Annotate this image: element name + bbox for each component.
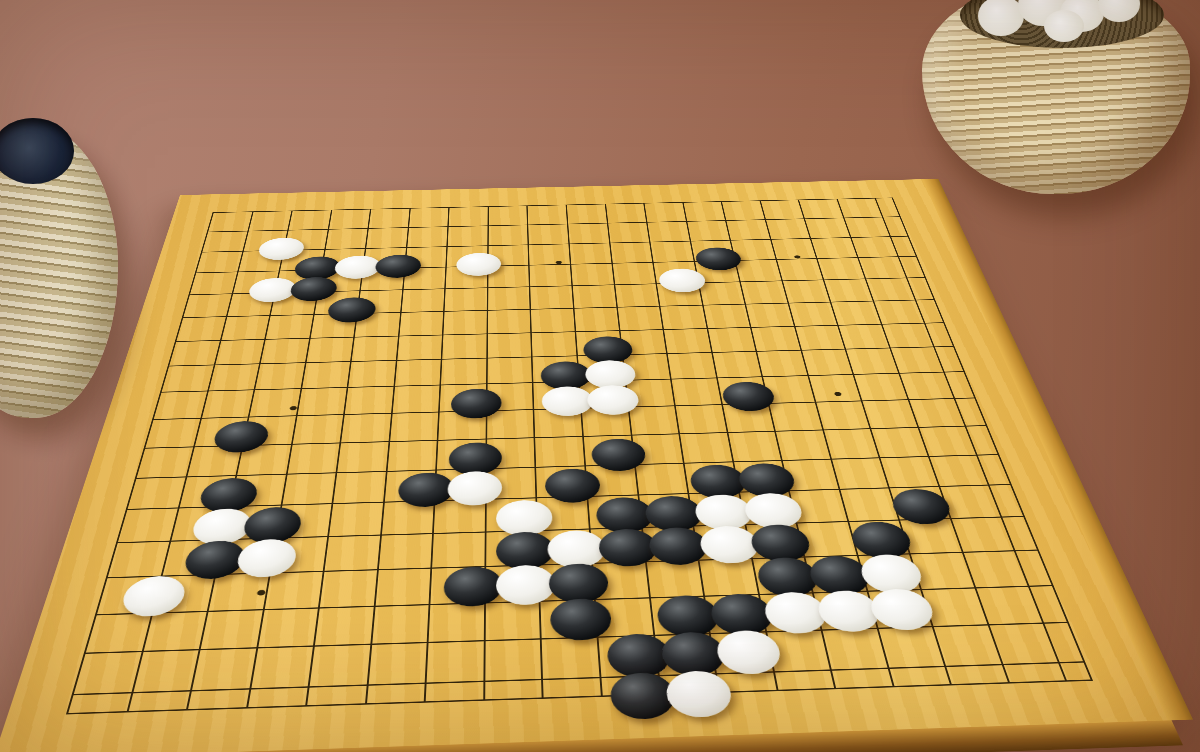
intersection-13-2[interactable] bbox=[651, 211, 693, 231]
intersection-4-15[interactable] bbox=[238, 540, 296, 575]
intersection-8-4[interactable] bbox=[458, 254, 499, 275]
intersection-2-17[interactable] bbox=[112, 613, 177, 652]
intersection-2-7[interactable] bbox=[195, 324, 244, 348]
intersection-5-3[interactable] bbox=[339, 237, 381, 258]
intersection-16-4[interactable] bbox=[775, 247, 821, 268]
intersection-12-14[interactable] bbox=[647, 497, 701, 530]
intersection-16-7[interactable] bbox=[792, 309, 841, 333]
white-stone[interactable] bbox=[447, 471, 503, 506]
intersection-5-5[interactable] bbox=[333, 277, 377, 299]
intersection-10-7[interactable] bbox=[541, 315, 585, 339]
intersection-14-7[interactable] bbox=[709, 311, 756, 335]
intersection-3-16[interactable] bbox=[177, 576, 238, 613]
intersection-8-10[interactable] bbox=[453, 390, 499, 418]
intersection-11-3[interactable] bbox=[576, 232, 617, 252]
intersection-4-3[interactable] bbox=[299, 238, 342, 259]
intersection-4-14[interactable] bbox=[244, 508, 300, 542]
intersection-8-8[interactable] bbox=[455, 341, 499, 366]
white-stone[interactable] bbox=[256, 237, 305, 260]
intersection-8-2[interactable] bbox=[460, 215, 499, 235]
intersection-12-18[interactable] bbox=[664, 633, 725, 674]
intersection-6-2[interactable] bbox=[381, 217, 422, 237]
intersection-11-19[interactable] bbox=[612, 674, 673, 717]
intersection-2-16[interactable] bbox=[122, 577, 185, 614]
intersection-12-15[interactable] bbox=[651, 529, 707, 564]
intersection-15-14[interactable] bbox=[794, 493, 851, 526]
intersection-19-5[interactable] bbox=[900, 264, 949, 286]
intersection-15-15[interactable] bbox=[802, 524, 861, 558]
intersection-11-14[interactable] bbox=[598, 499, 651, 532]
intersection-14-15[interactable] bbox=[752, 526, 810, 561]
intersection-14-16[interactable] bbox=[758, 559, 818, 595]
intersection-4-5[interactable] bbox=[291, 278, 336, 300]
go-board[interactable] bbox=[0, 179, 1168, 752]
intersection-13-13[interactable] bbox=[692, 466, 746, 497]
intersection-11-1[interactable] bbox=[573, 195, 613, 214]
intersection-5-4[interactable] bbox=[336, 257, 379, 278]
intersection-5-11[interactable] bbox=[310, 420, 361, 449]
intersection-9-19[interactable] bbox=[500, 678, 558, 721]
white-stone[interactable] bbox=[658, 268, 708, 293]
intersection-10-4[interactable] bbox=[538, 252, 579, 273]
intersection-4-7[interactable] bbox=[282, 322, 329, 346]
intersection-10-19[interactable] bbox=[556, 676, 616, 719]
intersection-13-15[interactable] bbox=[701, 527, 758, 562]
intersection-1-8[interactable] bbox=[144, 348, 195, 374]
intersection-9-9[interactable] bbox=[499, 364, 544, 390]
intersection-16-10[interactable] bbox=[812, 381, 865, 408]
intersection-7-14[interactable] bbox=[398, 504, 450, 537]
intersection-12-2[interactable] bbox=[613, 212, 654, 232]
intersection-4-6[interactable] bbox=[287, 299, 333, 322]
intersection-13-19[interactable] bbox=[724, 670, 788, 713]
intersection-10-8[interactable] bbox=[542, 338, 587, 363]
intersection-9-18[interactable] bbox=[500, 639, 556, 680]
intersection-17-2[interactable] bbox=[802, 208, 846, 227]
intersection-15-12[interactable] bbox=[780, 435, 834, 465]
intersection-11-13[interactable] bbox=[596, 468, 648, 499]
intersection-16-8[interactable] bbox=[799, 332, 849, 357]
intersection-2-8[interactable] bbox=[188, 347, 238, 372]
intersection-11-2[interactable] bbox=[575, 213, 615, 233]
intersection-14-12[interactable] bbox=[734, 436, 787, 466]
intersection-10-3[interactable] bbox=[538, 232, 578, 252]
intersection-1-6[interactable] bbox=[158, 302, 207, 325]
intersection-9-11[interactable] bbox=[499, 415, 546, 444]
intersection-3-19[interactable] bbox=[149, 689, 216, 733]
intersection-12-12[interactable] bbox=[640, 439, 691, 469]
intersection-15-7[interactable] bbox=[751, 310, 799, 334]
intersection-4-10[interactable] bbox=[267, 394, 318, 422]
intersection-13-10[interactable] bbox=[679, 384, 729, 411]
intersection-12-6[interactable] bbox=[623, 292, 668, 315]
intersection-4-4[interactable] bbox=[295, 257, 339, 278]
intersection-3-18[interactable] bbox=[159, 649, 224, 691]
intersection-3-2[interactable] bbox=[264, 220, 307, 240]
intersection-14-11[interactable] bbox=[728, 409, 780, 437]
intersection-11-10[interactable] bbox=[589, 386, 637, 413]
intersection-1-11[interactable] bbox=[119, 425, 175, 454]
intersection-10-14[interactable] bbox=[549, 500, 601, 533]
board-grid[interactable] bbox=[31, 188, 1130, 736]
intersection-7-5[interactable] bbox=[416, 275, 458, 297]
intersection-8-7[interactable] bbox=[456, 318, 499, 342]
intersection-15-16[interactable] bbox=[810, 557, 871, 593]
intersection-9-3[interactable] bbox=[499, 233, 539, 253]
intersection-12-17[interactable] bbox=[659, 597, 718, 635]
white-stone[interactable] bbox=[586, 385, 640, 416]
intersection-7-19[interactable] bbox=[383, 681, 443, 725]
white-stone[interactable] bbox=[541, 386, 594, 417]
intersection-8-15[interactable] bbox=[447, 535, 499, 570]
intersection-1-4[interactable] bbox=[172, 260, 219, 282]
intersection-3-10[interactable] bbox=[221, 396, 273, 424]
intersection-6-14[interactable] bbox=[347, 506, 400, 539]
intersection-15-5[interactable] bbox=[741, 268, 787, 290]
intersection-12-3[interactable] bbox=[615, 231, 657, 251]
intersection-11-4[interactable] bbox=[578, 251, 620, 272]
intersection-6-6[interactable] bbox=[372, 297, 416, 320]
intersection-12-4[interactable] bbox=[618, 250, 661, 271]
intersection-15-10[interactable] bbox=[768, 382, 820, 409]
intersection-19-10[interactable] bbox=[945, 377, 1000, 404]
intersection-7-4[interactable] bbox=[418, 255, 459, 276]
intersection-14-14[interactable] bbox=[745, 494, 801, 527]
intersection-5-8[interactable] bbox=[322, 344, 369, 369]
intersection-2-5[interactable] bbox=[207, 280, 254, 302]
intersection-5-17[interactable] bbox=[279, 608, 339, 647]
intersection-3-5[interactable] bbox=[249, 279, 295, 301]
intersection-19-6[interactable] bbox=[909, 285, 959, 308]
intersection-6-13[interactable] bbox=[350, 475, 402, 507]
black-stone[interactable] bbox=[327, 297, 377, 323]
intersection-15-1[interactable] bbox=[722, 192, 764, 211]
intersection-5-18[interactable] bbox=[273, 645, 334, 686]
intersection-5-16[interactable] bbox=[285, 573, 343, 610]
intersection-8-18[interactable] bbox=[443, 640, 499, 681]
intersection-2-1[interactable] bbox=[229, 202, 272, 221]
black-stone[interactable] bbox=[288, 277, 338, 302]
intersection-12-19[interactable] bbox=[668, 672, 730, 715]
intersection-11-9[interactable] bbox=[587, 361, 634, 387]
intersection-8-11[interactable] bbox=[452, 416, 499, 445]
intersection-3-13[interactable] bbox=[200, 479, 256, 511]
intersection-11-16[interactable] bbox=[603, 563, 659, 600]
intersection-5-9[interactable] bbox=[318, 368, 366, 394]
intersection-16-2[interactable] bbox=[765, 209, 809, 228]
intersection-11-12[interactable] bbox=[593, 440, 643, 470]
intersection-10-17[interactable] bbox=[553, 600, 609, 639]
intersection-5-2[interactable] bbox=[342, 218, 383, 238]
intersection-10-1[interactable] bbox=[536, 196, 575, 215]
intersection-9-17[interactable] bbox=[499, 602, 554, 641]
intersection-15-2[interactable] bbox=[727, 210, 770, 229]
intersection-2-10[interactable] bbox=[174, 397, 227, 425]
intersection-3-7[interactable] bbox=[239, 323, 287, 347]
intersection-7-9[interactable] bbox=[409, 366, 455, 392]
intersection-9-16[interactable] bbox=[499, 566, 552, 603]
intersection-12-5[interactable] bbox=[620, 270, 664, 292]
intersection-13-6[interactable] bbox=[664, 291, 709, 314]
intersection-10-2[interactable] bbox=[537, 214, 577, 234]
intersection-1-10[interactable] bbox=[127, 398, 181, 426]
intersection-9-12[interactable] bbox=[499, 442, 547, 472]
intersection-11-17[interactable] bbox=[606, 598, 664, 637]
intersection-10-16[interactable] bbox=[551, 565, 606, 602]
intersection-1-12[interactable] bbox=[109, 453, 166, 484]
intersection-12-13[interactable] bbox=[644, 467, 697, 498]
intersection-13-4[interactable] bbox=[657, 249, 700, 270]
intersection-2-9[interactable] bbox=[181, 371, 233, 398]
intersection-8-16[interactable] bbox=[446, 568, 499, 605]
intersection-12-11[interactable] bbox=[637, 411, 687, 440]
intersection-2-4[interactable] bbox=[213, 259, 259, 281]
intersection-6-7[interactable] bbox=[369, 320, 414, 344]
intersection-13-14[interactable] bbox=[696, 496, 751, 529]
intersection-2-12[interactable] bbox=[158, 451, 214, 482]
intersection-6-16[interactable] bbox=[339, 571, 395, 608]
intersection-16-9[interactable] bbox=[805, 356, 856, 382]
intersection-1-5[interactable] bbox=[165, 281, 213, 303]
intersection-1-1[interactable] bbox=[191, 203, 235, 222]
intersection-14-17[interactable] bbox=[765, 593, 826, 631]
intersection-14-5[interactable] bbox=[700, 269, 745, 291]
intersection-4-9[interactable] bbox=[273, 369, 322, 396]
intersection-6-4[interactable] bbox=[377, 256, 419, 277]
intersection-11-6[interactable] bbox=[581, 292, 625, 315]
intersection-14-13[interactable] bbox=[739, 465, 794, 496]
intersection-7-17[interactable] bbox=[390, 605, 446, 644]
intersection-12-9[interactable] bbox=[631, 360, 679, 386]
intersection-10-12[interactable] bbox=[546, 441, 595, 471]
intersection-8-5[interactable] bbox=[457, 274, 498, 296]
intersection-3-4[interactable] bbox=[254, 258, 299, 280]
intersection-3-1[interactable] bbox=[268, 201, 310, 220]
intersection-19-7[interactable] bbox=[917, 306, 968, 330]
intersection-2-11[interactable] bbox=[166, 423, 220, 452]
intersection-19-11[interactable] bbox=[955, 403, 1012, 431]
intersection-19-2[interactable] bbox=[878, 206, 924, 225]
intersection-16-3[interactable] bbox=[770, 227, 815, 247]
intersection-8-13[interactable] bbox=[450, 472, 500, 504]
intersection-2-2[interactable] bbox=[224, 220, 268, 240]
intersection-19-12[interactable] bbox=[966, 430, 1024, 459]
intersection-5-1[interactable] bbox=[345, 200, 386, 219]
white-stone[interactable] bbox=[496, 564, 556, 605]
intersection-6-18[interactable] bbox=[330, 644, 390, 685]
intersection-4-19[interactable] bbox=[208, 687, 273, 731]
intersection-2-3[interactable] bbox=[219, 239, 264, 260]
intersection-2-6[interactable] bbox=[201, 301, 249, 324]
intersection-15-4[interactable] bbox=[736, 248, 781, 269]
intersection-19-3[interactable] bbox=[885, 225, 932, 245]
intersection-4-11[interactable] bbox=[262, 421, 314, 450]
intersection-8-6[interactable] bbox=[457, 295, 499, 318]
intersection-13-8[interactable] bbox=[671, 335, 718, 360]
intersection-2-14[interactable] bbox=[141, 511, 200, 545]
black-stone[interactable] bbox=[443, 566, 503, 607]
intersection-6-9[interactable] bbox=[363, 367, 410, 393]
intersection-4-16[interactable] bbox=[231, 574, 291, 611]
white-stone[interactable] bbox=[456, 253, 501, 277]
intersection-8-14[interactable] bbox=[449, 503, 500, 536]
intersection-4-12[interactable] bbox=[256, 449, 309, 479]
intersection-4-13[interactable] bbox=[250, 478, 305, 510]
intersection-11-15[interactable] bbox=[601, 530, 655, 565]
intersection-3-17[interactable] bbox=[168, 611, 231, 650]
intersection-3-6[interactable] bbox=[244, 300, 291, 323]
intersection-8-9[interactable] bbox=[454, 365, 499, 391]
intersection-9-14[interactable] bbox=[499, 501, 550, 534]
intersection-12-8[interactable] bbox=[628, 336, 675, 361]
intersection-3-11[interactable] bbox=[214, 422, 267, 451]
intersection-12-7[interactable] bbox=[625, 313, 671, 337]
intersection-11-11[interactable] bbox=[591, 412, 640, 441]
intersection-7-8[interactable] bbox=[411, 342, 456, 367]
intersection-8-19[interactable] bbox=[442, 679, 500, 722]
intersection-3-8[interactable] bbox=[233, 346, 282, 371]
intersection-3-9[interactable] bbox=[227, 370, 277, 397]
intersection-13-17[interactable] bbox=[712, 595, 772, 633]
intersection-10-9[interactable] bbox=[543, 362, 589, 388]
intersection-5-6[interactable] bbox=[329, 298, 374, 321]
intersection-6-12[interactable] bbox=[354, 446, 405, 476]
intersection-10-13[interactable] bbox=[547, 470, 598, 502]
intersection-10-6[interactable] bbox=[540, 293, 583, 316]
black-stone[interactable] bbox=[544, 468, 601, 503]
intersection-15-9[interactable] bbox=[762, 357, 812, 383]
intersection-10-5[interactable] bbox=[539, 272, 581, 294]
intersection-4-1[interactable] bbox=[307, 200, 348, 219]
intersection-9-4[interactable] bbox=[499, 253, 540, 274]
intersection-9-7[interactable] bbox=[499, 317, 542, 341]
intersection-9-5[interactable] bbox=[499, 273, 540, 295]
black-stone[interactable] bbox=[550, 598, 613, 641]
intersection-15-6[interactable] bbox=[746, 289, 793, 312]
intersection-13-3[interactable] bbox=[654, 230, 697, 250]
intersection-9-2[interactable] bbox=[499, 215, 538, 235]
black-stone[interactable] bbox=[450, 388, 502, 419]
intersection-19-4[interactable] bbox=[892, 244, 940, 265]
intersection-14-1[interactable] bbox=[685, 192, 726, 211]
intersection-7-15[interactable] bbox=[395, 536, 448, 571]
intersection-6-19[interactable] bbox=[325, 683, 387, 727]
intersection-3-3[interactable] bbox=[259, 239, 303, 260]
intersection-8-12[interactable] bbox=[451, 444, 499, 474]
intersection-7-2[interactable] bbox=[421, 216, 461, 236]
intersection-9-15[interactable] bbox=[499, 533, 551, 568]
intersection-13-11[interactable] bbox=[683, 410, 734, 438]
intersection-12-16[interactable] bbox=[655, 562, 712, 598]
intersection-14-2[interactable] bbox=[689, 210, 731, 230]
intersection-6-1[interactable] bbox=[384, 199, 424, 218]
intersection-13-18[interactable] bbox=[718, 632, 780, 673]
intersection-13-16[interactable] bbox=[707, 560, 765, 596]
intersection-8-1[interactable] bbox=[460, 197, 498, 216]
intersection-9-1[interactable] bbox=[499, 196, 537, 215]
black-stone[interactable] bbox=[590, 438, 646, 472]
intersection-15-8[interactable] bbox=[756, 333, 805, 358]
intersection-14-10[interactable] bbox=[723, 383, 774, 410]
intersection-7-11[interactable] bbox=[405, 417, 453, 446]
intersection-7-3[interactable] bbox=[419, 235, 460, 256]
intersection-14-8[interactable] bbox=[714, 334, 762, 359]
intersection-19-9[interactable] bbox=[935, 353, 989, 379]
intersection-7-7[interactable] bbox=[412, 319, 456, 343]
intersection-15-13[interactable] bbox=[787, 463, 843, 494]
intersection-8-17[interactable] bbox=[445, 603, 500, 642]
intersection-11-7[interactable] bbox=[583, 314, 628, 338]
intersection-5-15[interactable] bbox=[290, 539, 346, 574]
intersection-10-15[interactable] bbox=[550, 532, 603, 567]
intersection-13-7[interactable] bbox=[667, 312, 713, 336]
intersection-3-14[interactable] bbox=[193, 510, 251, 544]
intersection-14-19[interactable] bbox=[780, 669, 845, 712]
intersection-9-13[interactable] bbox=[499, 471, 549, 503]
intersection-8-3[interactable] bbox=[459, 234, 499, 254]
intersection-14-18[interactable] bbox=[772, 630, 835, 670]
intersection-7-10[interactable] bbox=[407, 391, 454, 419]
black-stone[interactable] bbox=[397, 472, 454, 508]
intersection-13-5[interactable] bbox=[660, 270, 704, 292]
intersection-5-10[interactable] bbox=[314, 393, 363, 421]
intersection-9-6[interactable] bbox=[499, 294, 541, 317]
intersection-5-7[interactable] bbox=[326, 321, 372, 345]
intersection-13-1[interactable] bbox=[648, 193, 689, 212]
intersection-15-3[interactable] bbox=[731, 228, 775, 248]
intersection-13-12[interactable] bbox=[687, 437, 739, 467]
intersection-19-1[interactable] bbox=[871, 188, 916, 207]
intersection-7-12[interactable] bbox=[402, 445, 452, 475]
intersection-7-13[interactable] bbox=[400, 474, 451, 506]
intersection-10-10[interactable] bbox=[544, 387, 591, 414]
intersection-2-13[interactable] bbox=[150, 481, 207, 513]
intersection-6-5[interactable] bbox=[374, 276, 417, 298]
intersection-1-9[interactable] bbox=[136, 373, 189, 400]
intersection-7-18[interactable] bbox=[387, 642, 445, 683]
intersection-6-3[interactable] bbox=[379, 236, 420, 257]
intersection-6-11[interactable] bbox=[357, 419, 407, 448]
intersection-16-1[interactable] bbox=[760, 191, 803, 210]
intersection-9-8[interactable] bbox=[499, 340, 543, 365]
intersection-1-7[interactable] bbox=[151, 325, 201, 349]
intersection-2-15[interactable] bbox=[132, 543, 193, 578]
intersection-14-6[interactable] bbox=[705, 290, 751, 313]
intersection-15-11[interactable] bbox=[774, 408, 827, 436]
intersection-11-18[interactable] bbox=[609, 635, 668, 676]
intersection-1-3[interactable] bbox=[179, 240, 225, 261]
intersection-1-2[interactable] bbox=[185, 221, 230, 241]
intersection-5-19[interactable] bbox=[266, 685, 329, 729]
intersection-2-18[interactable] bbox=[101, 651, 168, 693]
intersection-4-17[interactable] bbox=[223, 610, 284, 649]
intersection-6-15[interactable] bbox=[343, 537, 398, 572]
intersection-11-8[interactable] bbox=[585, 337, 631, 362]
intersection-7-6[interactable] bbox=[414, 296, 457, 319]
black-stone[interactable] bbox=[374, 254, 421, 278]
intersection-4-8[interactable] bbox=[277, 345, 325, 370]
intersection-3-15[interactable] bbox=[185, 542, 244, 577]
intersection-14-4[interactable] bbox=[696, 248, 740, 269]
intersection-7-1[interactable] bbox=[422, 198, 461, 217]
intersection-12-1[interactable] bbox=[611, 194, 651, 213]
intersection-2-19[interactable] bbox=[90, 691, 159, 735]
intersection-4-18[interactable] bbox=[216, 647, 279, 688]
intersection-19-13[interactable] bbox=[977, 458, 1037, 489]
intersection-14-3[interactable] bbox=[693, 229, 736, 249]
intersection-17-3[interactable] bbox=[808, 226, 853, 246]
intersection-6-10[interactable] bbox=[360, 392, 408, 420]
